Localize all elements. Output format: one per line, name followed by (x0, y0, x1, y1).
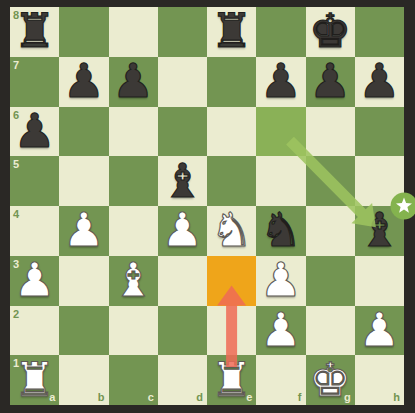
square-f6-best-move-from-highlight[interactable] (256, 107, 305, 157)
file-label-f: f (298, 391, 302, 403)
piece-black-rook[interactable]: ♜ (14, 6, 56, 55)
piece-white-pawn[interactable]: ♟ (14, 255, 56, 304)
piece-white-pawn[interactable]: ♟ (358, 305, 400, 354)
piece-black-bishop[interactable]: ♝ (161, 156, 203, 205)
piece-black-pawn[interactable]: ♟ (309, 56, 351, 105)
square-c7[interactable]: ♟ (109, 57, 158, 107)
piece-black-pawn[interactable]: ♟ (112, 56, 154, 105)
square-e5[interactable] (207, 156, 256, 206)
square-f7[interactable]: ♟ (256, 57, 305, 107)
chess-board: 8♜♜♚7♟♟♟♟♟6♟5♝4♟♟♞♞♝3♟♝♟2♟♟1a♜bcde♜fg♚h (10, 7, 404, 405)
square-d5[interactable]: ♝ (158, 156, 207, 206)
square-e7[interactable] (207, 57, 256, 107)
rank-label-5: 5 (13, 158, 19, 170)
square-g1[interactable]: g♚ (306, 355, 355, 405)
square-b5[interactable] (59, 156, 108, 206)
piece-black-pawn[interactable]: ♟ (260, 56, 302, 105)
square-f8[interactable] (256, 7, 305, 57)
square-c8[interactable] (109, 7, 158, 57)
file-label-b: b (98, 391, 105, 403)
square-e8[interactable]: ♜ (207, 7, 256, 57)
square-c4[interactable] (109, 206, 158, 256)
square-c3[interactable]: ♝ (109, 256, 158, 306)
piece-white-pawn[interactable]: ♟ (260, 305, 302, 354)
square-b2[interactable] (59, 306, 108, 356)
piece-white-pawn[interactable]: ♟ (260, 255, 302, 304)
square-a2[interactable]: 2 (10, 306, 59, 356)
square-d7[interactable] (158, 57, 207, 107)
piece-white-pawn[interactable]: ♟ (63, 205, 105, 254)
square-e1[interactable]: e♜ (207, 355, 256, 405)
file-label-h: h (393, 391, 400, 403)
file-label-c: c (148, 391, 154, 403)
square-f1[interactable]: f (256, 355, 305, 405)
chessboard-app: 8♜♜♚7♟♟♟♟♟6♟5♝4♟♟♞♞♝3♟♝♟2♟♟1a♜bcde♜fg♚h (0, 0, 415, 413)
square-g6[interactable] (306, 107, 355, 157)
piece-black-pawn[interactable]: ♟ (14, 106, 56, 155)
square-c1[interactable]: c (109, 355, 158, 405)
piece-black-pawn[interactable]: ♟ (358, 56, 400, 105)
piece-black-bishop[interactable]: ♝ (358, 205, 400, 254)
piece-white-knight[interactable]: ♞ (211, 205, 253, 254)
square-e6[interactable] (207, 107, 256, 157)
square-b8[interactable] (59, 7, 108, 57)
square-h8[interactable] (355, 7, 404, 57)
piece-black-king[interactable]: ♚ (309, 6, 351, 55)
square-g7[interactable]: ♟ (306, 57, 355, 107)
piece-white-pawn[interactable]: ♟ (161, 205, 203, 254)
square-c6[interactable] (109, 107, 158, 157)
piece-black-pawn[interactable]: ♟ (63, 56, 105, 105)
square-h4[interactable]: ♝ (355, 206, 404, 256)
square-e3-hint-square-highlight[interactable] (207, 256, 256, 306)
square-f3[interactable]: ♟ (256, 256, 305, 306)
square-b4[interactable]: ♟ (59, 206, 108, 256)
piece-black-knight[interactable]: ♞ (260, 205, 302, 254)
square-d8[interactable] (158, 7, 207, 57)
square-e4[interactable]: ♞ (207, 206, 256, 256)
square-f5[interactable] (256, 156, 305, 206)
square-b6[interactable] (59, 107, 108, 157)
square-f4[interactable]: ♞ (256, 206, 305, 256)
file-label-d: d (196, 391, 203, 403)
square-a7[interactable]: 7 (10, 57, 59, 107)
square-d3[interactable] (158, 256, 207, 306)
square-h6[interactable] (355, 107, 404, 157)
square-a3[interactable]: 3♟ (10, 256, 59, 306)
square-b3[interactable] (59, 256, 108, 306)
square-b7[interactable]: ♟ (59, 57, 108, 107)
piece-white-bishop[interactable]: ♝ (112, 255, 154, 304)
square-g3[interactable] (306, 256, 355, 306)
square-d1[interactable]: d (158, 355, 207, 405)
square-c5[interactable] (109, 156, 158, 206)
square-g8[interactable]: ♚ (306, 7, 355, 57)
piece-black-rook[interactable]: ♜ (211, 6, 253, 55)
square-d2[interactable] (158, 306, 207, 356)
square-h1[interactable]: h (355, 355, 404, 405)
piece-white-rook[interactable]: ♜ (211, 355, 253, 404)
piece-white-king[interactable]: ♚ (309, 355, 351, 404)
square-d4[interactable]: ♟ (158, 206, 207, 256)
square-h2[interactable]: ♟ (355, 306, 404, 356)
square-a6[interactable]: 6♟ (10, 107, 59, 157)
square-g4[interactable] (306, 206, 355, 256)
square-g5[interactable] (306, 156, 355, 206)
square-a8[interactable]: 8♜ (10, 7, 59, 57)
square-a4[interactable]: 4 (10, 206, 59, 256)
square-f2[interactable]: ♟ (256, 306, 305, 356)
rank-label-2: 2 (13, 308, 19, 320)
rank-label-4: 4 (13, 208, 19, 220)
square-b1[interactable]: b (59, 355, 108, 405)
piece-white-rook[interactable]: ♜ (14, 355, 56, 404)
square-e2[interactable] (207, 306, 256, 356)
square-c2[interactable] (109, 306, 158, 356)
square-a1[interactable]: 1a♜ (10, 355, 59, 405)
square-d6[interactable] (158, 107, 207, 157)
rank-label-7: 7 (13, 59, 19, 71)
square-a5[interactable]: 5 (10, 156, 59, 206)
square-g2[interactable] (306, 306, 355, 356)
square-h3[interactable] (355, 256, 404, 306)
square-h7[interactable]: ♟ (355, 57, 404, 107)
square-h5[interactable] (355, 156, 404, 206)
